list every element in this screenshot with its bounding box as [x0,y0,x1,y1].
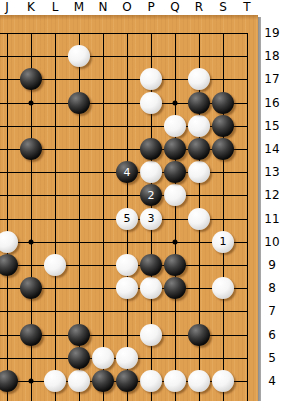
col-label-L: L [43,0,67,14]
row-label-16: 16 [260,96,284,110]
row-label-8: 8 [260,281,284,295]
col-label-P: P [139,0,163,14]
row-label-10: 10 [260,235,284,249]
row-label-13: 13 [260,165,284,179]
row-label-4: 4 [260,374,284,388]
col-label-K: K [19,0,43,14]
go-board-surface[interactable] [0,15,258,401]
board-edge-shadow [258,17,261,401]
row-label-11: 11 [260,212,284,226]
row-label-19: 19 [260,26,284,40]
row-label-9: 9 [260,258,284,272]
col-label-J: J [0,0,19,14]
col-label-R: R [187,0,211,14]
row-label-5: 5 [260,351,284,365]
row-label-7: 7 [260,304,284,318]
row-label-17: 17 [260,72,284,86]
board-top-bevel [0,15,258,20]
col-label-N: N [91,0,115,14]
col-label-T: T [235,0,259,14]
col-label-Q: Q [163,0,187,14]
row-label-14: 14 [260,142,284,156]
row-label-12: 12 [260,188,284,202]
col-label-M: M [67,0,91,14]
row-label-18: 18 [260,49,284,63]
grid-vertical-lines [7,33,248,401]
go-diagram: 53142 JKLMNOPQRST19181716151413121110987… [0,0,284,401]
col-label-O: O [115,0,139,14]
col-label-S: S [211,0,235,14]
row-label-15: 15 [260,119,284,133]
row-label-6: 6 [260,328,284,342]
